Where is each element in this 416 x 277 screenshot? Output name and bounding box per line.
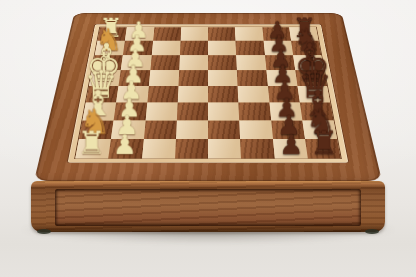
square-r6c2	[143, 120, 176, 139]
square-r7c5	[240, 139, 274, 159]
square-r5c4	[208, 103, 239, 121]
square-r3c4	[208, 70, 238, 86]
square-r5c2	[145, 103, 177, 121]
square-r7c2	[142, 139, 176, 159]
square-r3c2	[148, 70, 179, 86]
square-r5c6: ♟	[269, 103, 302, 121]
square-r0c1: ♟	[125, 27, 154, 41]
storage-drawer-front	[55, 189, 361, 226]
square-r7c0: ♜	[75, 139, 111, 159]
square-r6c7: ♞	[302, 120, 337, 139]
square-r6c1: ♟	[111, 120, 145, 139]
black-pawn: ♟	[267, 20, 287, 41]
square-r3c3	[178, 70, 208, 86]
square-r2c7: ♝	[293, 55, 324, 70]
square-r2c0: ♝	[92, 55, 123, 70]
square-r3c7: ♚	[295, 70, 327, 86]
square-r6c5	[239, 120, 272, 139]
square-r1c7: ♞	[291, 41, 321, 55]
square-r3c0: ♚	[89, 70, 121, 86]
square-r2c4	[208, 55, 237, 70]
square-r0c3	[180, 27, 208, 41]
square-r4c1: ♟	[116, 86, 148, 103]
square-r4c6: ♟	[268, 86, 300, 103]
square-r1c0: ♞	[95, 41, 125, 55]
square-r7c6: ♟	[273, 139, 308, 159]
square-r4c7: ♛	[297, 86, 330, 103]
chess-box-front	[31, 181, 385, 232]
square-r4c2	[147, 86, 178, 103]
square-r0c5	[235, 27, 263, 41]
square-r0c4	[208, 27, 236, 41]
square-r5c5	[239, 103, 271, 121]
square-r1c5	[236, 41, 265, 55]
square-r2c3	[179, 55, 208, 70]
square-r3c5	[237, 70, 268, 86]
square-r7c4	[208, 139, 241, 159]
black-rook: ♜	[310, 129, 339, 158]
perspective-scene: ♜♟♟♜♞♟♟♞♝♟♟♝♚♟♟♚♛♟♟♛♝♟♟♝♞♟♟♞♜♟♟♜	[0, 0, 416, 277]
square-r0c0: ♜	[97, 27, 127, 41]
square-r0c7: ♜	[289, 27, 319, 41]
white-rook: ♜	[78, 129, 107, 158]
square-r2c2	[150, 55, 180, 70]
square-r1c4	[208, 41, 236, 55]
square-r4c3	[177, 86, 208, 103]
square-r2c6: ♟	[265, 55, 295, 70]
square-r3c1: ♟	[119, 70, 150, 86]
square-r4c4	[208, 86, 239, 103]
square-r1c2	[151, 41, 180, 55]
box-foot-right	[365, 229, 379, 234]
black-rook: ♜	[293, 16, 317, 40]
square-r6c4	[208, 120, 240, 139]
square-r4c5	[238, 86, 269, 103]
white-rook: ♜	[99, 16, 123, 40]
square-r6c3	[176, 120, 208, 139]
square-r6c0: ♞	[79, 120, 114, 139]
square-r4c0: ♛	[86, 86, 119, 103]
square-r7c7: ♜	[305, 139, 341, 159]
square-r5c0: ♝	[82, 103, 116, 121]
square-r5c3	[177, 103, 208, 121]
square-r0c2	[153, 27, 181, 41]
photo-backdrop: ♜♟♟♜♞♟♟♞♝♟♟♝♚♟♟♚♛♟♟♛♝♟♟♝♞♟♟♞♜♟♟♜	[0, 0, 416, 277]
square-r3c6: ♟	[266, 70, 297, 86]
square-r7c3	[175, 139, 208, 159]
box-foot-left	[37, 229, 51, 234]
square-r5c1: ♟	[114, 103, 147, 121]
square-r7c1: ♟	[108, 139, 143, 159]
square-r2c5	[236, 55, 266, 70]
square-r0c6: ♟	[262, 27, 291, 41]
square-r6c6: ♟	[271, 120, 305, 139]
white-pawn: ♟	[129, 20, 149, 41]
square-r2c1: ♟	[121, 55, 151, 70]
chess-box-top: ♜♟♟♜♞♟♟♞♝♟♟♝♚♟♟♚♛♟♟♛♝♟♟♝♞♟♟♞♜♟♟♜	[34, 13, 382, 181]
square-r1c3	[180, 41, 208, 55]
square-r1c1: ♟	[123, 41, 153, 55]
chess-board: ♜♟♟♜♞♟♟♞♝♟♟♝♚♟♟♚♛♟♟♛♝♟♟♝♞♟♟♞♜♟♟♜	[75, 27, 340, 158]
square-r1c6: ♟	[263, 41, 293, 55]
square-r5c7: ♝	[300, 103, 334, 121]
